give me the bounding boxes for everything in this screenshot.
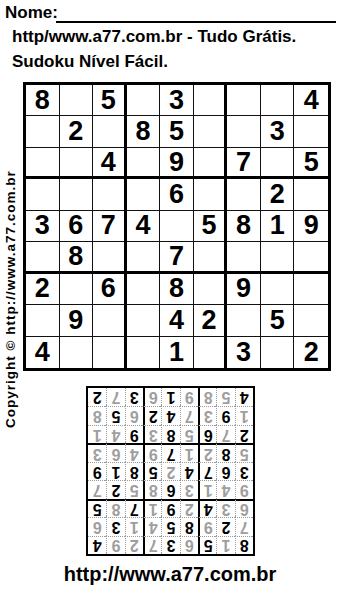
solution-cell-r8c5: 4: [161, 406, 179, 424]
solution-cell-r4c6: 8: [143, 480, 161, 498]
solution-cell-r1c9: 4: [88, 536, 106, 554]
name-label: Nome:: [5, 3, 58, 23]
puzzle-cell-r5c2: 6: [60, 211, 94, 242]
puzzle-cell-r7c8[interactable]: [261, 274, 295, 305]
solution-cell-r3c9: 5: [88, 499, 106, 517]
puzzle-cell-r1c4[interactable]: [127, 85, 161, 116]
solution-cell-r4c7: 5: [125, 480, 143, 498]
solution-cell-r1c8: 9: [106, 536, 124, 554]
solution-cell-r3c6: 1: [143, 499, 161, 517]
solution-cell-r2c8: 3: [106, 517, 124, 535]
puzzle-level-title: Sudoku Nível Fácil.: [12, 52, 168, 72]
solution-cell-r5c2: 6: [216, 462, 234, 480]
puzzle-cell-r6c2: 8: [60, 242, 94, 273]
solution-cell-r6c7: 4: [125, 443, 143, 461]
puzzle-cell-r9c7: 3: [227, 337, 261, 368]
puzzle-cell-r5c9: 9: [294, 211, 328, 242]
solution-cell-r3c3: 4: [198, 499, 216, 517]
solution-cell-r3c1: 6: [235, 499, 253, 517]
puzzle-cell-r2c6[interactable]: [194, 116, 228, 147]
footer-url: http://www.a77.com.br: [0, 563, 340, 586]
solution-cell-r9c8: 7: [106, 388, 124, 406]
puzzle-cell-r8c6: 2: [194, 305, 228, 336]
solution-cell-r3c8: 8: [106, 499, 124, 517]
puzzle-cell-r6c9[interactable]: [294, 242, 328, 273]
solution-cell-r1c1: 8: [235, 536, 253, 554]
solution-cell-r2c7: 1: [125, 517, 143, 535]
puzzle-cell-r8c3[interactable]: [93, 305, 127, 336]
puzzle-cell-r5c7: 8: [227, 211, 261, 242]
puzzle-cell-r7c1: 2: [26, 274, 60, 305]
puzzle-cell-r6c4[interactable]: [127, 242, 161, 273]
puzzle-cell-r4c7[interactable]: [227, 179, 261, 210]
puzzle-cell-r5c8: 1: [261, 211, 295, 242]
solution-cell-r4c4: 3: [180, 480, 198, 498]
solution-cell-r4c3: 1: [198, 480, 216, 498]
solution-cell-r5c6: 5: [143, 462, 161, 480]
puzzle-cell-r7c4[interactable]: [127, 274, 161, 305]
solution-cell-r6c5: 7: [161, 443, 179, 461]
puzzle-cell-r3c7: 7: [227, 148, 261, 179]
puzzle-cell-r2c9[interactable]: [294, 116, 328, 147]
puzzle-cell-r3c1[interactable]: [26, 148, 60, 179]
puzzle-cell-r3c9: 5: [294, 148, 328, 179]
name-underline: [56, 2, 336, 23]
copyright-vertical-text: Copyright © http://www.a77.com.br: [3, 170, 18, 428]
solution-cell-r5c4: 4: [180, 462, 198, 480]
solution-cell-r5c5: 2: [161, 462, 179, 480]
puzzle-cell-r8c7[interactable]: [227, 305, 261, 336]
solution-cell-r9c4: 9: [180, 388, 198, 406]
puzzle-cell-r4c1[interactable]: [26, 179, 60, 210]
puzzle-cell-r8c5: 4: [160, 305, 194, 336]
puzzle-cell-r2c2: 2: [60, 116, 94, 147]
puzzle-cell-r1c1: 8: [26, 85, 60, 116]
solution-cell-r8c1: 1: [235, 406, 253, 424]
puzzle-cell-r9c9: 2: [294, 337, 328, 368]
puzzle-cell-r4c8: 2: [261, 179, 295, 210]
solution-cell-r8c9: 8: [88, 406, 106, 424]
puzzle-cell-r3c4[interactable]: [127, 148, 161, 179]
solution-cell-r9c1: 4: [235, 388, 253, 406]
solution-cell-r3c5: 9: [161, 499, 179, 517]
puzzle-cell-r5c1: 3: [26, 211, 60, 242]
puzzle-cell-r3c5: 9: [160, 148, 194, 179]
site-title: http/www.a77.com.br - Tudo Grátis.: [12, 27, 296, 47]
solution-cell-r5c1: 3: [235, 462, 253, 480]
puzzle-cell-r9c2[interactable]: [60, 337, 94, 368]
puzzle-cell-r8c1[interactable]: [26, 305, 60, 336]
solution-cell-r4c2: 4: [216, 480, 234, 498]
puzzle-cell-r1c7[interactable]: [227, 85, 261, 116]
solution-cell-r7c3: 6: [198, 425, 216, 443]
puzzle-cell-r9c4[interactable]: [127, 337, 161, 368]
solution-cell-r7c9: 1: [88, 425, 106, 443]
puzzle-cell-r6c5: 7: [160, 242, 194, 273]
solution-cell-r5c8: 1: [106, 462, 124, 480]
solution-cell-r4c8: 2: [106, 480, 124, 498]
solution-cell-r7c7: 9: [125, 425, 143, 443]
puzzle-cell-r7c2[interactable]: [60, 274, 94, 305]
puzzle-cell-r5c6: 5: [194, 211, 228, 242]
solution-cell-r2c4: 8: [180, 517, 198, 535]
solution-cell-r2c9: 6: [88, 517, 106, 535]
solution-cell-r2c2: 2: [216, 517, 234, 535]
solution-cell-r7c4: 5: [180, 425, 198, 443]
puzzle-cell-r7c6[interactable]: [194, 274, 228, 305]
solution-cell-r8c3: 3: [198, 406, 216, 424]
solution-cell-r1c4: 6: [180, 536, 198, 554]
solution-cell-r8c6: 2: [143, 406, 161, 424]
solution-cell-r1c2: 1: [216, 536, 234, 554]
solution-cell-r3c7: 7: [125, 499, 143, 517]
solution-cell-r1c3: 5: [198, 536, 216, 554]
solution-cell-r2c6: 4: [143, 517, 161, 535]
puzzle-cell-r6c1[interactable]: [26, 242, 60, 273]
solution-cell-r3c2: 3: [216, 499, 234, 517]
solution-cell-r4c9: 7: [88, 480, 106, 498]
puzzle-cell-r3c6[interactable]: [194, 148, 228, 179]
puzzle-cell-r1c9: 4: [294, 85, 328, 116]
sudoku-solution-grid: 8156372947298541366342917859413685273674…: [86, 386, 255, 556]
puzzle-cell-r9c3[interactable]: [93, 337, 127, 368]
solution-cell-r2c3: 9: [198, 517, 216, 535]
puzzle-cell-r9c6[interactable]: [194, 337, 228, 368]
solution-cell-r1c6: 7: [143, 536, 161, 554]
puzzle-cell-r8c4[interactable]: [127, 305, 161, 336]
puzzle-cell-r6c6[interactable]: [194, 242, 228, 273]
solution-cell-r1c7: 2: [125, 536, 143, 554]
puzzle-cell-r4c5: 6: [160, 179, 194, 210]
solution-cell-r4c5: 6: [161, 480, 179, 498]
solution-cell-r6c1: 5: [235, 443, 253, 461]
solution-cell-r6c8: 6: [106, 443, 124, 461]
puzzle-cell-r8c2: 9: [60, 305, 94, 336]
puzzle-cell-r4c4[interactable]: [127, 179, 161, 210]
solution-cell-r8c2: 9: [216, 406, 234, 424]
puzzle-cell-r7c7: 9: [227, 274, 261, 305]
puzzle-cell-r3c3: 4: [93, 148, 127, 179]
solution-cell-r6c6: 9: [143, 443, 161, 461]
solution-cell-r3c4: 2: [180, 499, 198, 517]
solution-cell-r7c1: 2: [235, 425, 253, 443]
solution-cell-r5c7: 8: [125, 462, 143, 480]
solution-cell-r6c3: 2: [198, 443, 216, 461]
solution-cell-r6c2: 8: [216, 443, 234, 461]
puzzle-cell-r5c5[interactable]: [160, 211, 194, 242]
solution-cell-r9c9: 2: [88, 388, 106, 406]
puzzle-cell-r4c9[interactable]: [294, 179, 328, 210]
solution-cell-r8c8: 5: [106, 406, 124, 424]
solution-cell-r9c2: 5: [216, 388, 234, 406]
puzzle-cell-r1c3: 5: [93, 85, 127, 116]
solution-cell-r6c4: 1: [180, 443, 198, 461]
puzzle-cell-r7c5: 8: [160, 274, 194, 305]
solution-cell-r7c8: 4: [106, 425, 124, 443]
puzzle-cell-r9c8[interactable]: [261, 337, 295, 368]
puzzle-cell-r2c5: 5: [160, 116, 194, 147]
solution-cell-r9c5: 1: [161, 388, 179, 406]
puzzle-cell-r7c9[interactable]: [294, 274, 328, 305]
puzzle-cell-r2c8: 3: [261, 116, 295, 147]
solution-cell-r5c3: 7: [198, 462, 216, 480]
puzzle-cell-r7c3: 6: [93, 274, 127, 305]
solution-cell-r8c4: 7: [180, 406, 198, 424]
solution-cell-r8c7: 6: [125, 406, 143, 424]
puzzle-cell-r4c6[interactable]: [194, 179, 228, 210]
solution-cell-r2c1: 7: [235, 517, 253, 535]
puzzle-cell-r8c9[interactable]: [294, 305, 328, 336]
puzzle-cell-r1c5: 3: [160, 85, 194, 116]
puzzle-cell-r2c3[interactable]: [93, 116, 127, 147]
puzzle-cell-r3c8[interactable]: [261, 148, 295, 179]
solution-cell-r7c2: 7: [216, 425, 234, 443]
puzzle-cell-r2c1[interactable]: [26, 116, 60, 147]
puzzle-cell-r4c3[interactable]: [93, 179, 127, 210]
solution-cell-r9c3: 8: [198, 388, 216, 406]
puzzle-cell-r6c7[interactable]: [227, 242, 261, 273]
sudoku-puzzle-grid: 853428534975623674581987268994254132: [23, 82, 331, 371]
puzzle-cell-r2c4: 8: [127, 116, 161, 147]
puzzle-cell-r9c1: 4: [26, 337, 60, 368]
puzzle-cell-r1c2[interactable]: [60, 85, 94, 116]
solution-cell-r7c5: 8: [161, 425, 179, 443]
solution-cell-r7c6: 3: [143, 425, 161, 443]
puzzle-cell-r8c8: 5: [261, 305, 295, 336]
puzzle-cell-r6c8[interactable]: [261, 242, 295, 273]
solution-cell-r4c1: 9: [235, 480, 253, 498]
puzzle-cell-r2c7[interactable]: [227, 116, 261, 147]
solution-cell-r9c6: 6: [143, 388, 161, 406]
solution-cell-r1c5: 3: [161, 536, 179, 554]
puzzle-cell-r4c2[interactable]: [60, 179, 94, 210]
solution-cell-r5c9: 9: [88, 462, 106, 480]
puzzle-cell-r6c3[interactable]: [93, 242, 127, 273]
puzzle-cell-r5c3: 7: [93, 211, 127, 242]
solution-cell-r2c5: 5: [161, 517, 179, 535]
puzzle-cell-r1c8[interactable]: [261, 85, 295, 116]
solution-cell-r9c7: 3: [125, 388, 143, 406]
puzzle-cell-r5c4: 4: [127, 211, 161, 242]
puzzle-cell-r1c6[interactable]: [194, 85, 228, 116]
puzzle-cell-r3c2[interactable]: [60, 148, 94, 179]
puzzle-cell-r9c5: 1: [160, 337, 194, 368]
solution-cell-r6c9: 3: [88, 443, 106, 461]
